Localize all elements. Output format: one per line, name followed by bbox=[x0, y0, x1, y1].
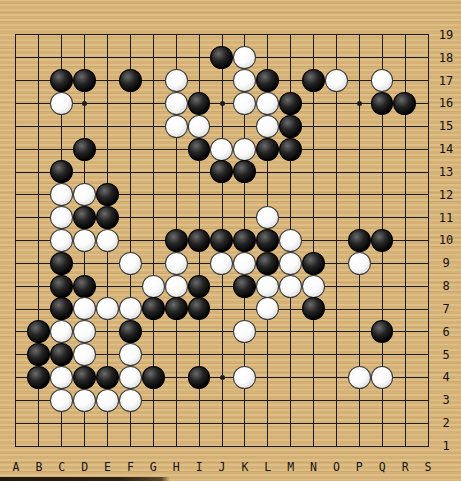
intersection[interactable] bbox=[27, 275, 50, 298]
intersection[interactable] bbox=[50, 320, 73, 343]
intersection[interactable] bbox=[325, 320, 348, 343]
intersection[interactable] bbox=[142, 229, 165, 252]
intersection[interactable] bbox=[5, 275, 28, 298]
intersection[interactable] bbox=[165, 69, 188, 92]
intersection[interactable] bbox=[233, 138, 256, 161]
intersection[interactable] bbox=[165, 206, 188, 229]
intersection[interactable] bbox=[27, 298, 50, 321]
intersection[interactable] bbox=[50, 183, 73, 206]
intersection[interactable] bbox=[188, 320, 211, 343]
intersection[interactable] bbox=[279, 206, 302, 229]
intersection[interactable] bbox=[27, 252, 50, 275]
intersection[interactable] bbox=[142, 343, 165, 366]
intersection[interactable] bbox=[5, 229, 28, 252]
intersection[interactable] bbox=[348, 275, 371, 298]
intersection[interactable] bbox=[96, 92, 119, 115]
intersection[interactable] bbox=[279, 161, 302, 184]
intersection[interactable] bbox=[188, 92, 211, 115]
intersection[interactable] bbox=[256, 24, 279, 47]
intersection[interactable] bbox=[371, 320, 394, 343]
intersection[interactable] bbox=[233, 412, 256, 435]
intersection[interactable] bbox=[210, 366, 233, 389]
intersection[interactable] bbox=[27, 161, 50, 184]
intersection[interactable] bbox=[5, 24, 28, 47]
intersection[interactable] bbox=[325, 92, 348, 115]
intersection[interactable] bbox=[188, 298, 211, 321]
intersection[interactable] bbox=[393, 161, 416, 184]
intersection[interactable] bbox=[348, 69, 371, 92]
intersection[interactable] bbox=[302, 229, 325, 252]
intersection[interactable] bbox=[73, 229, 96, 252]
intersection[interactable] bbox=[50, 412, 73, 435]
intersection[interactable] bbox=[210, 161, 233, 184]
intersection[interactable] bbox=[302, 320, 325, 343]
intersection[interactable] bbox=[393, 343, 416, 366]
intersection[interactable] bbox=[5, 320, 28, 343]
intersection[interactable] bbox=[50, 24, 73, 47]
intersection[interactable] bbox=[73, 298, 96, 321]
intersection[interactable] bbox=[279, 46, 302, 69]
intersection[interactable] bbox=[393, 92, 416, 115]
intersection[interactable] bbox=[96, 275, 119, 298]
intersection[interactable] bbox=[325, 69, 348, 92]
intersection[interactable] bbox=[27, 320, 50, 343]
intersection[interactable] bbox=[210, 24, 233, 47]
intersection[interactable] bbox=[325, 161, 348, 184]
intersection[interactable] bbox=[119, 434, 142, 457]
intersection[interactable] bbox=[96, 320, 119, 343]
intersection[interactable] bbox=[348, 366, 371, 389]
intersection[interactable] bbox=[256, 138, 279, 161]
intersection[interactable] bbox=[233, 24, 256, 47]
intersection[interactable] bbox=[119, 183, 142, 206]
intersection[interactable] bbox=[165, 229, 188, 252]
intersection[interactable] bbox=[96, 343, 119, 366]
intersection[interactable] bbox=[279, 138, 302, 161]
intersection[interactable] bbox=[50, 206, 73, 229]
intersection[interactable] bbox=[302, 24, 325, 47]
intersection[interactable] bbox=[393, 138, 416, 161]
intersection[interactable] bbox=[371, 24, 394, 47]
intersection[interactable] bbox=[188, 229, 211, 252]
intersection[interactable] bbox=[325, 252, 348, 275]
intersection[interactable] bbox=[27, 389, 50, 412]
intersection[interactable] bbox=[50, 343, 73, 366]
intersection[interactable] bbox=[96, 298, 119, 321]
intersection[interactable] bbox=[233, 366, 256, 389]
intersection[interactable] bbox=[325, 343, 348, 366]
intersection[interactable] bbox=[302, 92, 325, 115]
intersection[interactable] bbox=[210, 46, 233, 69]
intersection[interactable] bbox=[27, 229, 50, 252]
intersection[interactable] bbox=[393, 183, 416, 206]
intersection[interactable] bbox=[96, 206, 119, 229]
intersection[interactable] bbox=[5, 138, 28, 161]
intersection[interactable] bbox=[5, 161, 28, 184]
intersection[interactable] bbox=[142, 161, 165, 184]
intersection[interactable] bbox=[279, 69, 302, 92]
intersection[interactable] bbox=[256, 229, 279, 252]
intersection[interactable] bbox=[142, 138, 165, 161]
intersection[interactable] bbox=[371, 138, 394, 161]
intersection[interactable] bbox=[5, 115, 28, 138]
intersection[interactable] bbox=[5, 366, 28, 389]
intersection[interactable] bbox=[302, 389, 325, 412]
intersection[interactable] bbox=[119, 343, 142, 366]
intersection[interactable] bbox=[96, 252, 119, 275]
intersection[interactable] bbox=[96, 229, 119, 252]
intersection[interactable] bbox=[142, 275, 165, 298]
intersection[interactable] bbox=[50, 229, 73, 252]
intersection[interactable] bbox=[142, 24, 165, 47]
intersection[interactable] bbox=[5, 434, 28, 457]
intersection[interactable] bbox=[165, 24, 188, 47]
intersection[interactable] bbox=[302, 298, 325, 321]
intersection[interactable] bbox=[256, 183, 279, 206]
intersection[interactable] bbox=[393, 434, 416, 457]
intersection[interactable] bbox=[73, 46, 96, 69]
intersection[interactable] bbox=[256, 320, 279, 343]
intersection[interactable] bbox=[302, 115, 325, 138]
intersection[interactable] bbox=[165, 252, 188, 275]
intersection[interactable] bbox=[279, 229, 302, 252]
intersection[interactable] bbox=[50, 138, 73, 161]
intersection[interactable] bbox=[233, 320, 256, 343]
intersection[interactable] bbox=[233, 206, 256, 229]
intersection[interactable] bbox=[5, 206, 28, 229]
intersection[interactable] bbox=[325, 434, 348, 457]
intersection[interactable] bbox=[188, 161, 211, 184]
intersection[interactable] bbox=[393, 389, 416, 412]
intersection[interactable] bbox=[5, 343, 28, 366]
intersection[interactable] bbox=[5, 412, 28, 435]
intersection[interactable] bbox=[302, 138, 325, 161]
intersection[interactable] bbox=[96, 46, 119, 69]
intersection[interactable] bbox=[393, 275, 416, 298]
intersection[interactable] bbox=[279, 115, 302, 138]
intersection[interactable] bbox=[325, 115, 348, 138]
intersection[interactable] bbox=[348, 161, 371, 184]
intersection[interactable] bbox=[302, 252, 325, 275]
intersection[interactable] bbox=[119, 69, 142, 92]
intersection[interactable] bbox=[50, 366, 73, 389]
intersection[interactable] bbox=[393, 115, 416, 138]
intersection[interactable] bbox=[210, 206, 233, 229]
intersection[interactable] bbox=[119, 275, 142, 298]
intersection[interactable] bbox=[371, 434, 394, 457]
intersection[interactable] bbox=[371, 229, 394, 252]
intersection[interactable] bbox=[348, 252, 371, 275]
intersection[interactable] bbox=[302, 434, 325, 457]
intersection[interactable] bbox=[119, 229, 142, 252]
intersection[interactable] bbox=[188, 115, 211, 138]
intersection[interactable] bbox=[119, 138, 142, 161]
intersection[interactable] bbox=[371, 92, 394, 115]
intersection[interactable] bbox=[50, 115, 73, 138]
intersection[interactable] bbox=[348, 24, 371, 47]
intersection[interactable] bbox=[96, 389, 119, 412]
intersection[interactable] bbox=[142, 320, 165, 343]
intersection[interactable] bbox=[371, 206, 394, 229]
intersection[interactable] bbox=[73, 275, 96, 298]
intersection[interactable] bbox=[348, 92, 371, 115]
intersection[interactable] bbox=[371, 412, 394, 435]
intersection[interactable] bbox=[279, 389, 302, 412]
intersection[interactable] bbox=[50, 161, 73, 184]
intersection[interactable] bbox=[73, 389, 96, 412]
intersection[interactable] bbox=[165, 46, 188, 69]
intersection[interactable] bbox=[5, 252, 28, 275]
intersection[interactable] bbox=[348, 138, 371, 161]
intersection[interactable] bbox=[50, 46, 73, 69]
intersection[interactable] bbox=[279, 412, 302, 435]
intersection[interactable] bbox=[371, 389, 394, 412]
intersection[interactable] bbox=[348, 115, 371, 138]
intersection[interactable] bbox=[165, 412, 188, 435]
intersection[interactable] bbox=[210, 412, 233, 435]
intersection[interactable] bbox=[371, 366, 394, 389]
intersection[interactable] bbox=[142, 389, 165, 412]
intersection[interactable] bbox=[188, 366, 211, 389]
intersection[interactable] bbox=[256, 206, 279, 229]
intersection[interactable] bbox=[302, 161, 325, 184]
intersection[interactable] bbox=[371, 161, 394, 184]
intersection[interactable] bbox=[119, 366, 142, 389]
intersection[interactable] bbox=[188, 412, 211, 435]
intersection[interactable] bbox=[256, 412, 279, 435]
intersection[interactable] bbox=[73, 161, 96, 184]
intersection[interactable] bbox=[348, 229, 371, 252]
intersection[interactable] bbox=[27, 138, 50, 161]
intersection[interactable] bbox=[27, 412, 50, 435]
intersection[interactable] bbox=[142, 366, 165, 389]
intersection[interactable] bbox=[233, 183, 256, 206]
intersection[interactable] bbox=[96, 366, 119, 389]
intersection[interactable] bbox=[188, 343, 211, 366]
intersection[interactable] bbox=[188, 138, 211, 161]
intersection[interactable] bbox=[302, 206, 325, 229]
intersection[interactable] bbox=[233, 252, 256, 275]
intersection[interactable] bbox=[325, 46, 348, 69]
intersection[interactable] bbox=[256, 92, 279, 115]
intersection[interactable] bbox=[5, 92, 28, 115]
intersection[interactable] bbox=[210, 320, 233, 343]
intersection[interactable] bbox=[393, 46, 416, 69]
intersection[interactable] bbox=[371, 252, 394, 275]
intersection[interactable] bbox=[210, 275, 233, 298]
intersection[interactable] bbox=[50, 434, 73, 457]
intersection[interactable] bbox=[96, 115, 119, 138]
intersection[interactable] bbox=[142, 434, 165, 457]
intersection[interactable] bbox=[325, 206, 348, 229]
intersection[interactable] bbox=[73, 366, 96, 389]
intersection[interactable] bbox=[142, 92, 165, 115]
intersection[interactable] bbox=[119, 298, 142, 321]
intersection[interactable] bbox=[96, 183, 119, 206]
intersection[interactable] bbox=[27, 46, 50, 69]
intersection[interactable] bbox=[393, 252, 416, 275]
intersection[interactable] bbox=[119, 115, 142, 138]
intersection[interactable] bbox=[27, 92, 50, 115]
intersection[interactable] bbox=[256, 434, 279, 457]
intersection[interactable] bbox=[142, 206, 165, 229]
intersection[interactable] bbox=[371, 275, 394, 298]
intersection[interactable] bbox=[325, 298, 348, 321]
intersection[interactable] bbox=[73, 434, 96, 457]
intersection[interactable] bbox=[210, 389, 233, 412]
intersection[interactable] bbox=[165, 343, 188, 366]
intersection[interactable] bbox=[50, 92, 73, 115]
intersection[interactable] bbox=[279, 434, 302, 457]
intersection[interactable] bbox=[165, 434, 188, 457]
intersection[interactable] bbox=[119, 24, 142, 47]
intersection[interactable] bbox=[165, 115, 188, 138]
intersection[interactable] bbox=[27, 183, 50, 206]
intersection[interactable] bbox=[50, 69, 73, 92]
intersection[interactable] bbox=[256, 275, 279, 298]
intersection[interactable] bbox=[210, 115, 233, 138]
intersection[interactable] bbox=[27, 115, 50, 138]
intersection[interactable] bbox=[96, 412, 119, 435]
intersection[interactable] bbox=[119, 206, 142, 229]
intersection[interactable] bbox=[302, 46, 325, 69]
intersection[interactable] bbox=[210, 229, 233, 252]
intersection[interactable] bbox=[119, 389, 142, 412]
intersection[interactable] bbox=[348, 46, 371, 69]
intersection[interactable] bbox=[210, 298, 233, 321]
intersection[interactable] bbox=[348, 343, 371, 366]
intersection[interactable] bbox=[27, 24, 50, 47]
intersection[interactable] bbox=[279, 275, 302, 298]
intersection[interactable] bbox=[393, 206, 416, 229]
intersection[interactable] bbox=[5, 389, 28, 412]
intersection[interactable] bbox=[302, 412, 325, 435]
intersection[interactable] bbox=[188, 183, 211, 206]
intersection[interactable] bbox=[5, 298, 28, 321]
intersection[interactable] bbox=[188, 46, 211, 69]
intersection[interactable] bbox=[233, 69, 256, 92]
intersection[interactable] bbox=[50, 275, 73, 298]
intersection[interactable] bbox=[188, 434, 211, 457]
intersection[interactable] bbox=[210, 434, 233, 457]
intersection[interactable] bbox=[325, 412, 348, 435]
intersection[interactable] bbox=[73, 252, 96, 275]
intersection[interactable] bbox=[348, 320, 371, 343]
intersection[interactable] bbox=[119, 412, 142, 435]
intersection[interactable] bbox=[165, 92, 188, 115]
intersection[interactable] bbox=[393, 229, 416, 252]
intersection[interactable] bbox=[348, 389, 371, 412]
intersection[interactable] bbox=[73, 69, 96, 92]
intersection[interactable] bbox=[393, 412, 416, 435]
intersection[interactable] bbox=[279, 320, 302, 343]
intersection[interactable] bbox=[142, 183, 165, 206]
intersection[interactable] bbox=[50, 389, 73, 412]
intersection[interactable] bbox=[188, 275, 211, 298]
intersection[interactable] bbox=[371, 298, 394, 321]
intersection[interactable] bbox=[371, 343, 394, 366]
intersection[interactable] bbox=[393, 366, 416, 389]
intersection[interactable] bbox=[325, 24, 348, 47]
intersection[interactable] bbox=[73, 138, 96, 161]
intersection[interactable] bbox=[302, 275, 325, 298]
intersection[interactable] bbox=[210, 69, 233, 92]
intersection[interactable] bbox=[27, 69, 50, 92]
intersection[interactable] bbox=[96, 69, 119, 92]
intersection[interactable] bbox=[325, 138, 348, 161]
intersection[interactable] bbox=[371, 46, 394, 69]
intersection[interactable] bbox=[142, 46, 165, 69]
intersection[interactable] bbox=[279, 298, 302, 321]
intersection[interactable] bbox=[256, 252, 279, 275]
intersection[interactable] bbox=[233, 46, 256, 69]
intersection[interactable] bbox=[279, 183, 302, 206]
intersection[interactable] bbox=[142, 298, 165, 321]
intersection[interactable] bbox=[165, 298, 188, 321]
intersection[interactable] bbox=[119, 320, 142, 343]
intersection[interactable] bbox=[393, 69, 416, 92]
intersection[interactable] bbox=[27, 206, 50, 229]
intersection[interactable] bbox=[302, 366, 325, 389]
intersection[interactable] bbox=[233, 161, 256, 184]
intersection[interactable] bbox=[233, 298, 256, 321]
intersection[interactable] bbox=[348, 412, 371, 435]
intersection[interactable] bbox=[73, 183, 96, 206]
intersection[interactable] bbox=[233, 115, 256, 138]
intersection[interactable] bbox=[348, 434, 371, 457]
intersection[interactable] bbox=[279, 92, 302, 115]
intersection[interactable] bbox=[96, 434, 119, 457]
intersection[interactable] bbox=[165, 161, 188, 184]
intersection[interactable] bbox=[119, 161, 142, 184]
intersection[interactable] bbox=[73, 206, 96, 229]
intersection[interactable] bbox=[73, 343, 96, 366]
intersection[interactable] bbox=[142, 69, 165, 92]
intersection[interactable] bbox=[73, 92, 96, 115]
intersection[interactable] bbox=[165, 320, 188, 343]
intersection[interactable] bbox=[165, 366, 188, 389]
intersection[interactable] bbox=[210, 343, 233, 366]
intersection[interactable] bbox=[256, 161, 279, 184]
intersection[interactable] bbox=[27, 434, 50, 457]
intersection[interactable] bbox=[210, 183, 233, 206]
intersection[interactable] bbox=[233, 275, 256, 298]
intersection[interactable] bbox=[188, 389, 211, 412]
intersection[interactable] bbox=[210, 252, 233, 275]
intersection[interactable] bbox=[73, 115, 96, 138]
intersection[interactable] bbox=[233, 343, 256, 366]
intersection[interactable] bbox=[393, 298, 416, 321]
intersection[interactable] bbox=[256, 343, 279, 366]
intersection[interactable] bbox=[96, 138, 119, 161]
intersection[interactable] bbox=[325, 183, 348, 206]
intersection[interactable] bbox=[73, 320, 96, 343]
intersection[interactable] bbox=[142, 412, 165, 435]
intersection[interactable] bbox=[142, 252, 165, 275]
intersection[interactable] bbox=[5, 183, 28, 206]
intersection[interactable] bbox=[279, 24, 302, 47]
intersection[interactable] bbox=[256, 115, 279, 138]
intersection[interactable] bbox=[393, 320, 416, 343]
intersection[interactable] bbox=[256, 298, 279, 321]
intersection[interactable] bbox=[256, 69, 279, 92]
intersection[interactable] bbox=[371, 69, 394, 92]
intersection[interactable] bbox=[73, 24, 96, 47]
intersection[interactable] bbox=[27, 366, 50, 389]
intersection[interactable] bbox=[96, 161, 119, 184]
intersection[interactable] bbox=[5, 46, 28, 69]
intersection[interactable] bbox=[233, 229, 256, 252]
